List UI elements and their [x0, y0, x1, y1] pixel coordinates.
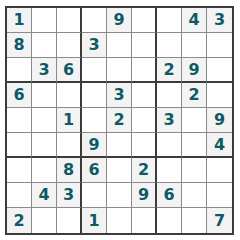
cell-r4c3-empty[interactable]	[57, 83, 82, 108]
cell-r6c7-empty[interactable]	[157, 133, 182, 158]
cell-r9c5-empty[interactable]	[107, 208, 132, 233]
cell-r7c6-given-2[interactable]: 2	[132, 158, 157, 183]
cell-r7c8-empty[interactable]	[182, 158, 207, 183]
cell-r1c6-empty[interactable]	[132, 8, 157, 33]
cell-r3c4-empty[interactable]	[82, 58, 107, 83]
cell-r1c2-empty[interactable]	[32, 8, 57, 33]
cell-r2c7-empty[interactable]	[157, 33, 182, 58]
cell-r8c1-empty[interactable]	[7, 183, 32, 208]
cell-r5c4-empty[interactable]	[82, 108, 107, 133]
cell-r9c8-empty[interactable]	[182, 208, 207, 233]
cell-r4c6-empty[interactable]	[132, 83, 157, 108]
cell-r3c7-given-2[interactable]: 2	[157, 58, 182, 83]
cell-r1c8-given-4[interactable]: 4	[182, 8, 207, 33]
cell-r2c3-empty[interactable]	[57, 33, 82, 58]
cell-r8c9-empty[interactable]	[207, 183, 232, 208]
cell-r6c1-empty[interactable]	[7, 133, 32, 158]
cell-r5c3-given-1[interactable]: 1	[57, 108, 82, 133]
cell-r9c7-empty[interactable]	[157, 208, 182, 233]
cell-r5c6-empty[interactable]	[132, 108, 157, 133]
cell-r2c4-given-3[interactable]: 3	[82, 33, 107, 58]
cell-r6c4-given-9[interactable]: 9	[82, 133, 107, 158]
cell-r2c6-empty[interactable]	[132, 33, 157, 58]
cell-r3c8-given-9[interactable]: 9	[182, 58, 207, 83]
cell-r1c4-empty[interactable]	[82, 8, 107, 33]
cell-r3c9-empty[interactable]	[207, 58, 232, 83]
cell-r2c1-given-8[interactable]: 8	[7, 33, 32, 58]
cell-r5c8-empty[interactable]	[182, 108, 207, 133]
cell-r4c4-empty[interactable]	[82, 83, 107, 108]
cell-r2c9-empty[interactable]	[207, 33, 232, 58]
cell-r2c2-empty[interactable]	[32, 33, 57, 58]
cell-r7c1-empty[interactable]	[7, 158, 32, 183]
cell-r4c2-empty[interactable]	[32, 83, 57, 108]
cell-r3c1-empty[interactable]	[7, 58, 32, 83]
cell-r6c8-empty[interactable]	[182, 133, 207, 158]
cell-r4c7-empty[interactable]	[157, 83, 182, 108]
cell-r9c2-empty[interactable]	[32, 208, 57, 233]
cell-r2c5-empty[interactable]	[107, 33, 132, 58]
cell-r8c2-given-4[interactable]: 4	[32, 183, 57, 208]
cell-r8c3-given-3[interactable]: 3	[57, 183, 82, 208]
cell-r9c6-empty[interactable]	[132, 208, 157, 233]
cell-r7c3-given-8[interactable]: 8	[57, 158, 82, 183]
cell-r9c9-given-7[interactable]: 7	[207, 208, 232, 233]
cell-r7c9-empty[interactable]	[207, 158, 232, 183]
cell-r5c9-given-9[interactable]: 9	[207, 108, 232, 133]
cell-r7c2-empty[interactable]	[32, 158, 57, 183]
cell-r6c2-empty[interactable]	[32, 133, 57, 158]
cell-r4c8-given-2[interactable]: 2	[182, 83, 207, 108]
cell-r3c5-empty[interactable]	[107, 58, 132, 83]
cell-r3c2-given-3[interactable]: 3	[32, 58, 57, 83]
cell-r7c4-given-6[interactable]: 6	[82, 158, 107, 183]
cell-r8c6-given-9[interactable]: 9	[132, 183, 157, 208]
cell-r6c9-given-4[interactable]: 4	[207, 133, 232, 158]
cell-r4c9-empty[interactable]	[207, 83, 232, 108]
cell-r1c5-given-9[interactable]: 9	[107, 8, 132, 33]
cell-r1c9-given-3[interactable]: 3	[207, 8, 232, 33]
cell-r9c4-given-1[interactable]: 1	[82, 208, 107, 233]
cell-r2c8-empty[interactable]	[182, 33, 207, 58]
cell-r8c4-empty[interactable]	[82, 183, 107, 208]
cell-r5c7-given-3[interactable]: 3	[157, 108, 182, 133]
cell-r1c1-given-1[interactable]: 1	[7, 8, 32, 33]
cell-r5c1-empty[interactable]	[7, 108, 32, 133]
cell-r7c7-empty[interactable]	[157, 158, 182, 183]
cell-r6c6-empty[interactable]	[132, 133, 157, 158]
cell-r6c5-empty[interactable]	[107, 133, 132, 158]
cell-r4c1-given-6[interactable]: 6	[7, 83, 32, 108]
cell-r5c2-empty[interactable]	[32, 108, 57, 133]
cell-r8c5-empty[interactable]	[107, 183, 132, 208]
cell-r3c3-given-6[interactable]: 6	[57, 58, 82, 83]
sudoku-board: 19438336296321239948624396217	[5, 6, 234, 235]
cell-r8c8-empty[interactable]	[182, 183, 207, 208]
cell-r9c3-empty[interactable]	[57, 208, 82, 233]
cell-r1c3-empty[interactable]	[57, 8, 82, 33]
cell-r8c7-given-6[interactable]: 6	[157, 183, 182, 208]
cell-r9c1-given-2[interactable]: 2	[7, 208, 32, 233]
cell-r7c5-empty[interactable]	[107, 158, 132, 183]
sudoku-page: 19438336296321239948624396217	[0, 0, 240, 240]
cell-r1c7-empty[interactable]	[157, 8, 182, 33]
cell-r6c3-empty[interactable]	[57, 133, 82, 158]
cell-r5c5-given-2[interactable]: 2	[107, 108, 132, 133]
cell-r4c5-given-3[interactable]: 3	[107, 83, 132, 108]
cell-r3c6-empty[interactable]	[132, 58, 157, 83]
